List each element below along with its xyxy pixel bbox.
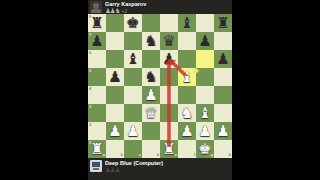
black-bishop-c6[interactable]: ♝: [124, 50, 142, 68]
square-d4[interactable]: ♟: [142, 86, 160, 104]
white-pawn-b2[interactable]: ♟: [106, 122, 124, 140]
square-h5[interactable]: [214, 68, 232, 86]
white-king-g1[interactable]: ♚: [196, 140, 214, 158]
square-g3[interactable]: ♝: [196, 104, 214, 122]
square-f8[interactable]: ♝: [178, 14, 196, 32]
square-b6[interactable]: [106, 50, 124, 68]
black-queen-e7[interactable]: ♛: [160, 32, 178, 50]
square-c8[interactable]: ♚: [124, 14, 142, 32]
square-e1[interactable]: e♜: [160, 140, 178, 158]
rank-label-5: 5: [89, 69, 91, 73]
square-b8[interactable]: [106, 14, 124, 32]
white-pawn-d4[interactable]: ♟: [142, 86, 160, 104]
white-pawn-c2[interactable]: ♟: [124, 122, 142, 140]
square-g8[interactable]: [196, 14, 214, 32]
avatar-silhouette-icon: [91, 9, 101, 13]
square-d1[interactable]: d: [142, 140, 160, 158]
rank-label-3: 3: [89, 105, 91, 109]
file-label-f: f: [194, 153, 195, 157]
file-label-a: a: [103, 153, 105, 157]
square-c3[interactable]: [124, 104, 142, 122]
top-player-bar: Garry Kasparov ♟♟♞+2: [88, 0, 232, 14]
file-label-c: c: [139, 153, 141, 157]
square-h2[interactable]: ♟: [214, 122, 232, 140]
square-g6[interactable]: [196, 50, 214, 68]
square-a6[interactable]: 6: [88, 50, 106, 68]
black-rook-h8[interactable]: ♜: [214, 14, 232, 32]
square-c2[interactable]: ♟: [124, 122, 142, 140]
square-d2[interactable]: [142, 122, 160, 140]
captured-black-pieces-icons: ♟♟♟: [105, 166, 119, 174]
square-g2[interactable]: ♟: [196, 122, 214, 140]
white-pawn-g2[interactable]: ♟: [196, 122, 214, 140]
square-h3[interactable]: [214, 104, 232, 122]
square-a3[interactable]: 3: [88, 104, 106, 122]
letterbox-left: [0, 0, 88, 180]
square-h6[interactable]: ♟: [214, 50, 232, 68]
white-knight-f3[interactable]: ♞: [178, 104, 196, 122]
chess-board[interactable]: 8♜♚♝♜7♟♞♛♟6♝♟♟5♟♞♝4♟3♛♞♝2♟♟♟♟♟1a♜bcde♜fg…: [88, 14, 232, 158]
square-b3[interactable]: [106, 104, 124, 122]
square-f5[interactable]: ♝: [178, 68, 196, 86]
square-e8[interactable]: [160, 14, 178, 32]
square-d7[interactable]: ♞: [142, 32, 160, 50]
bottom-captured-pieces: ♟♟♟: [105, 167, 163, 174]
white-bishop-g3[interactable]: ♝: [196, 104, 214, 122]
square-a5[interactable]: 5: [88, 68, 106, 86]
square-f2[interactable]: ♟: [178, 122, 196, 140]
black-king-c8[interactable]: ♚: [124, 14, 142, 32]
square-b4[interactable]: [106, 86, 124, 104]
square-c1[interactable]: c: [124, 140, 142, 158]
black-pawn-g7[interactable]: ♟: [196, 32, 214, 50]
white-pawn-h2[interactable]: ♟: [214, 122, 232, 140]
square-b2[interactable]: ♟: [106, 122, 124, 140]
letterbox-right: [232, 0, 320, 180]
square-b5[interactable]: ♟: [106, 68, 124, 86]
file-label-h: h: [229, 153, 231, 157]
square-c7[interactable]: [124, 32, 142, 50]
black-pawn-b5[interactable]: ♟: [106, 68, 124, 86]
square-d8[interactable]: [142, 14, 160, 32]
square-f3[interactable]: ♞: [178, 104, 196, 122]
white-rook-a1[interactable]: ♜: [88, 140, 106, 158]
file-label-g: g: [211, 153, 213, 157]
rank-label-7: 7: [89, 33, 91, 37]
black-pawn-h6[interactable]: ♟: [214, 50, 232, 68]
material-advantage: +2: [121, 8, 127, 14]
white-bishop-f5[interactable]: ♝: [178, 68, 196, 86]
square-c4[interactable]: [124, 86, 142, 104]
square-f7[interactable]: [178, 32, 196, 50]
computer-icon: [93, 168, 99, 170]
square-c6[interactable]: ♝: [124, 50, 142, 68]
file-label-e: e: [175, 153, 177, 157]
black-knight-d7[interactable]: ♞: [142, 32, 160, 50]
bottom-player-avatar[interactable]: [90, 160, 102, 172]
square-d3[interactable]: ♛: [142, 104, 160, 122]
file-label-d: d: [157, 153, 159, 157]
square-h4[interactable]: [214, 86, 232, 104]
square-a2[interactable]: 2: [88, 122, 106, 140]
square-f4[interactable]: [178, 86, 196, 104]
square-h1[interactable]: h: [214, 140, 232, 158]
rank-label-4: 4: [89, 87, 91, 91]
square-c5[interactable]: [124, 68, 142, 86]
square-f6[interactable]: [178, 50, 196, 68]
black-pawn-a7[interactable]: ♟: [88, 32, 106, 50]
square-a8[interactable]: 8♜: [88, 14, 106, 32]
square-b1[interactable]: b: [106, 140, 124, 158]
white-rook-e1[interactable]: ♜: [160, 140, 178, 158]
file-label-b: b: [121, 153, 123, 157]
rank-label-2: 2: [89, 123, 91, 127]
square-a7[interactable]: 7♟: [88, 32, 106, 50]
bottom-player-bar: Deep Blue (Computer) ♟♟♟: [88, 158, 232, 180]
white-queen-d3[interactable]: ♛: [142, 104, 160, 122]
video-frame: Garry Kasparov ♟♟♞+2 8♜♚♝♜7♟♞♛♟6♝♟♟5♟♞♝4…: [0, 0, 320, 180]
square-f1[interactable]: f: [178, 140, 196, 158]
black-rook-a8[interactable]: ♜: [88, 14, 106, 32]
rank-label-6: 6: [89, 51, 91, 55]
square-g4[interactable]: [196, 86, 214, 104]
square-e2[interactable]: [160, 122, 178, 140]
rank-label-1: 1: [89, 141, 91, 145]
square-h8[interactable]: ♜: [214, 14, 232, 32]
black-bishop-f8[interactable]: ♝: [178, 14, 196, 32]
square-e4[interactable]: [160, 86, 178, 104]
square-d6[interactable]: [142, 50, 160, 68]
top-player-avatar[interactable]: [90, 1, 102, 13]
square-a1[interactable]: 1a♜: [88, 140, 106, 158]
square-b7[interactable]: [106, 32, 124, 50]
black-knight-d5[interactable]: ♞: [142, 68, 160, 86]
square-e6[interactable]: ♟: [160, 50, 178, 68]
square-g7[interactable]: ♟: [196, 32, 214, 50]
white-pawn-f2[interactable]: ♟: [178, 122, 196, 140]
black-pawn-e6[interactable]: ♟: [160, 50, 178, 68]
rank-label-8: 8: [89, 15, 91, 19]
square-e5[interactable]: [160, 68, 178, 86]
square-a4[interactable]: 4: [88, 86, 106, 104]
square-g5[interactable]: [196, 68, 214, 86]
square-g1[interactable]: g♚: [196, 140, 214, 158]
square-h7[interactable]: [214, 32, 232, 50]
chess-app-view: Garry Kasparov ♟♟♞+2 8♜♚♝♜7♟♞♛♟6♝♟♟5♟♞♝4…: [88, 0, 232, 180]
square-e3[interactable]: [160, 104, 178, 122]
square-e7[interactable]: ♛: [160, 32, 178, 50]
square-d5[interactable]: ♞: [142, 68, 160, 86]
computer-icon: [92, 162, 100, 167]
